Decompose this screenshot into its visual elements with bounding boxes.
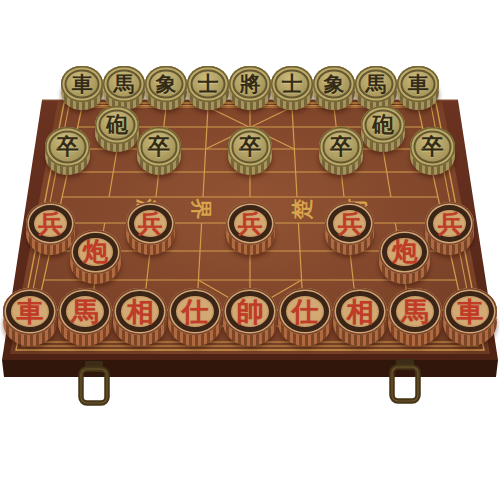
piece-character: 相 — [333, 288, 387, 335]
piece-red-soldier[interactable]: 兵 — [126, 202, 175, 255]
piece-character: 士 — [187, 66, 228, 102]
piece-face: 砲 — [95, 106, 138, 144]
piece-character: 卒 — [228, 127, 273, 166]
piece-face: 車 — [3, 288, 57, 335]
river-label-left-char2: 界 — [188, 196, 214, 222]
piece-face: 卒 — [319, 127, 364, 166]
piece-black-cannon[interactable]: 砲 — [361, 106, 404, 153]
piece-face: 卒 — [45, 127, 90, 166]
piece-black-advisor[interactable]: 士 — [187, 66, 228, 111]
piece-character: 兵 — [26, 202, 75, 245]
piece-character: 仕 — [278, 288, 332, 335]
piece-character: 士 — [271, 66, 312, 102]
piece-character: 卒 — [137, 127, 182, 166]
piece-character: 車 — [397, 66, 438, 102]
piece-character: 兵 — [425, 202, 474, 245]
piece-red-soldier[interactable]: 兵 — [325, 202, 374, 255]
piece-face: 炮 — [70, 230, 121, 275]
piece-black-chariot[interactable]: 車 — [397, 66, 438, 111]
piece-red-horse[interactable]: 馬 — [58, 288, 112, 346]
piece-black-cannon[interactable]: 砲 — [95, 106, 138, 153]
piece-black-soldier[interactable]: 卒 — [45, 127, 90, 175]
piece-black-elephant[interactable]: 象 — [313, 66, 354, 111]
piece-face: 馬 — [103, 66, 144, 102]
piece-character: 馬 — [58, 288, 112, 335]
piece-black-soldier[interactable]: 卒 — [137, 127, 182, 175]
piece-black-soldier[interactable]: 卒 — [319, 127, 364, 175]
piece-red-soldier[interactable]: 兵 — [26, 202, 75, 255]
piece-face: 兵 — [26, 202, 75, 245]
piece-red-advisor[interactable]: 仕 — [168, 288, 222, 346]
piece-red-elephant[interactable]: 相 — [333, 288, 387, 346]
piece-face: 馬 — [58, 288, 112, 335]
piece-character: 馬 — [103, 66, 144, 102]
clasp-right — [392, 359, 418, 401]
piece-face: 車 — [443, 288, 497, 335]
river-label-right-char1: 楚 — [289, 196, 315, 222]
piece-red-cannon[interactable]: 炮 — [70, 230, 121, 285]
piece-character: 兵 — [126, 202, 175, 245]
piece-black-horse[interactable]: 馬 — [103, 66, 144, 111]
piece-character: 車 — [443, 288, 497, 335]
piece-black-horse[interactable]: 馬 — [355, 66, 396, 111]
piece-face: 兵 — [325, 202, 374, 245]
piece-red-cannon[interactable]: 炮 — [379, 230, 430, 285]
piece-character: 象 — [145, 66, 186, 102]
piece-face: 仕 — [168, 288, 222, 335]
piece-face: 砲 — [361, 106, 404, 144]
piece-character: 相 — [113, 288, 167, 335]
piece-face: 車 — [397, 66, 438, 102]
piece-red-soldier[interactable]: 兵 — [226, 202, 275, 255]
piece-face: 馬 — [388, 288, 442, 335]
piece-face: 兵 — [126, 202, 175, 245]
piece-face: 士 — [187, 66, 228, 102]
piece-character: 卒 — [410, 127, 455, 166]
piece-face: 卒 — [410, 127, 455, 166]
piece-face: 車 — [61, 66, 102, 102]
xiangqi-set-photo: 汉 界 楚 河 車馬象士將士象馬車砲砲卒卒卒卒卒兵兵兵兵兵炮炮車馬相仕帥仕相馬車 — [0, 0, 500, 500]
piece-character: 砲 — [95, 106, 138, 144]
piece-character: 車 — [61, 66, 102, 102]
piece-face: 兵 — [226, 202, 275, 245]
piece-character: 馬 — [388, 288, 442, 335]
piece-character: 仕 — [168, 288, 222, 335]
piece-face: 帥 — [223, 288, 277, 335]
piece-black-chariot[interactable]: 車 — [61, 66, 102, 111]
piece-character: 炮 — [379, 230, 430, 275]
piece-face: 炮 — [379, 230, 430, 275]
piece-face: 兵 — [425, 202, 474, 245]
piece-character: 象 — [313, 66, 354, 102]
piece-character: 卒 — [319, 127, 364, 166]
piece-face: 相 — [333, 288, 387, 335]
piece-character: 馬 — [355, 66, 396, 102]
piece-face: 士 — [271, 66, 312, 102]
piece-face: 相 — [113, 288, 167, 335]
piece-red-advisor[interactable]: 仕 — [278, 288, 332, 346]
piece-face: 卒 — [228, 127, 273, 166]
piece-black-soldier[interactable]: 卒 — [410, 127, 455, 175]
piece-character: 砲 — [361, 106, 404, 144]
piece-face: 象 — [313, 66, 354, 102]
piece-black-advisor[interactable]: 士 — [271, 66, 312, 111]
piece-red-general[interactable]: 帥 — [223, 288, 277, 346]
piece-black-elephant[interactable]: 象 — [145, 66, 186, 111]
piece-character: 兵 — [226, 202, 275, 245]
piece-character: 卒 — [45, 127, 90, 166]
piece-character: 兵 — [325, 202, 374, 245]
piece-face: 仕 — [278, 288, 332, 335]
piece-red-horse[interactable]: 馬 — [388, 288, 442, 346]
piece-red-chariot[interactable]: 車 — [3, 288, 57, 346]
piece-red-elephant[interactable]: 相 — [113, 288, 167, 346]
piece-character: 車 — [3, 288, 57, 335]
piece-character: 帥 — [223, 288, 277, 335]
board-front-edge — [2, 360, 498, 377]
piece-character: 炮 — [70, 230, 121, 275]
piece-black-general[interactable]: 將 — [229, 66, 270, 111]
clasp-left — [81, 361, 107, 403]
piece-face: 象 — [145, 66, 186, 102]
piece-character: 將 — [229, 66, 270, 102]
piece-face: 馬 — [355, 66, 396, 102]
piece-face: 將 — [229, 66, 270, 102]
piece-red-soldier[interactable]: 兵 — [425, 202, 474, 255]
piece-face: 卒 — [137, 127, 182, 166]
piece-black-soldier[interactable]: 卒 — [228, 127, 273, 175]
piece-red-chariot[interactable]: 車 — [443, 288, 497, 346]
